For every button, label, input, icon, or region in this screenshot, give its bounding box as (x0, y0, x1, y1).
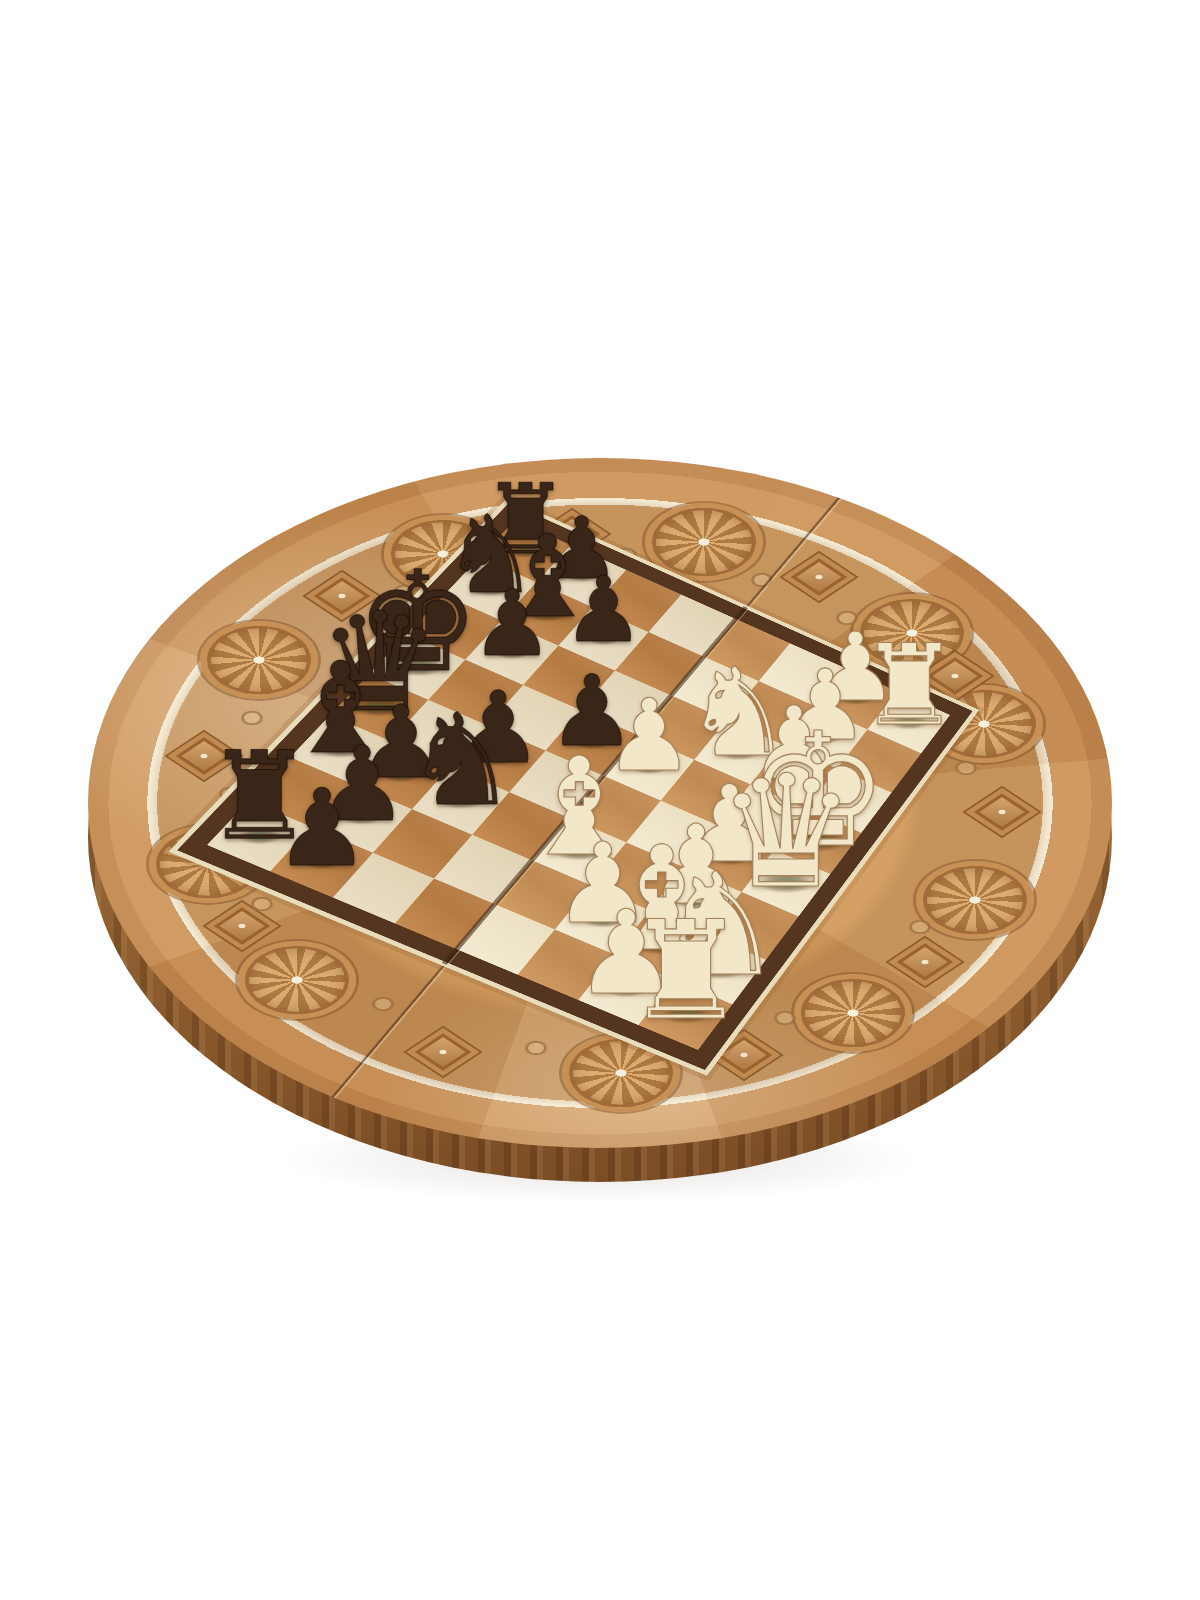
black-pawn-g6: ♟ (563, 565, 644, 655)
black-knight-c6: ♞ (404, 697, 518, 824)
pieces-layer: ♜♟♞♝♟♟♚♟♛♜♟♟♝♞♟♟♟♟♞♟♜♚♝♟♟♛♟♟♝♞♟♜ (0, 0, 1200, 1600)
white-rook-a1: ♜ (624, 902, 747, 1039)
product-photo-stage: ♜♟♞♝♟♟♚♟♛♜♟♟♝♞♟♟♟♟♞♟♜♚♝♟♟♛♟♟♝♞♟♜ (0, 0, 1200, 1600)
black-pawn-f7: ♟ (471, 578, 553, 669)
black-pawn-a7: ♟ (274, 774, 370, 881)
